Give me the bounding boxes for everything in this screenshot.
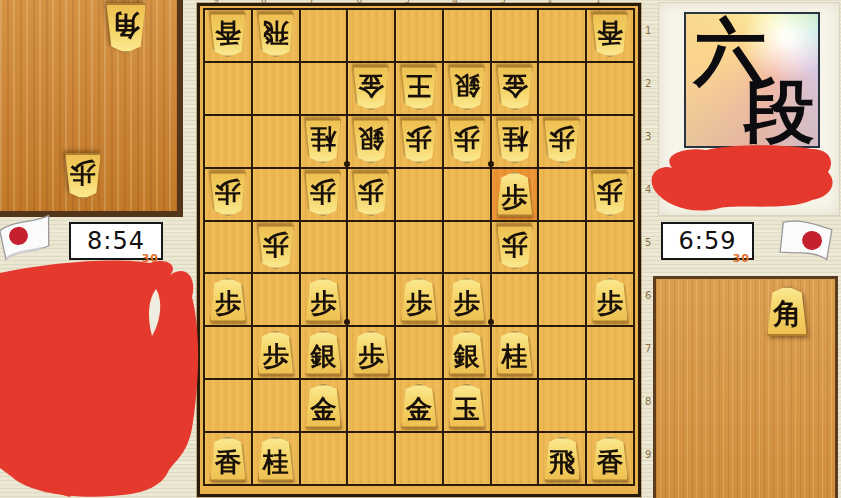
sente-byoyomi: 30 [733, 252, 750, 265]
square-6-8[interactable] [348, 380, 394, 431]
square-1-1[interactable]: 香 [587, 10, 633, 61]
square-1-6[interactable]: 歩 [587, 274, 633, 325]
square-8-9[interactable]: 桂 [253, 433, 299, 484]
square-4-1[interactable] [444, 10, 490, 61]
sente-captured-tray: 角 [653, 276, 838, 498]
square-8-5[interactable]: 歩 [253, 222, 299, 273]
square-2-7[interactable] [539, 327, 585, 378]
square-8-4[interactable] [253, 169, 299, 220]
square-1-7[interactable] [587, 327, 633, 378]
square-5-1[interactable] [396, 10, 442, 61]
file-label-6: 6 [349, 0, 369, 5]
square-7-3[interactable]: 桂 [301, 116, 347, 167]
piece-sente-歩-7-6[interactable]: 歩 [304, 277, 342, 322]
square-7-2[interactable] [301, 63, 347, 114]
japan-flag-icon [774, 214, 837, 268]
square-9-6[interactable]: 歩 [205, 274, 251, 325]
square-4-5[interactable] [444, 222, 490, 273]
star-point-icon [344, 319, 350, 325]
square-5-2[interactable]: 王 [396, 63, 442, 114]
rank-label-3: 3 [645, 131, 659, 142]
file-label-7: 7 [302, 0, 322, 5]
gote-clock: 8:54 30 [69, 222, 163, 260]
square-5-7[interactable] [396, 327, 442, 378]
square-5-8[interactable]: 金 [396, 380, 442, 431]
gote-captured-tray: 角歩 [0, 0, 183, 217]
square-4-9[interactable] [444, 433, 490, 484]
square-6-2[interactable]: 金 [348, 63, 394, 114]
piece-sente-金-7-8[interactable]: 金 [304, 383, 342, 428]
piece-sente-銀-7-7[interactable]: 銀 [304, 330, 342, 375]
piece-gote-歩-1-4[interactable]: 歩 [591, 172, 629, 217]
file-label-3: 3 [493, 0, 513, 5]
square-1-3[interactable] [587, 116, 633, 167]
square-6-3[interactable]: 銀 [348, 116, 394, 167]
square-3-8[interactable] [492, 380, 538, 431]
piece-gote-金-3-2[interactable]: 金 [496, 66, 534, 111]
piece-gote-歩-8-5[interactable]: 歩 [257, 224, 295, 269]
piece-sente-歩-1-6[interactable]: 歩 [591, 277, 629, 322]
square-8-2[interactable] [253, 63, 299, 114]
piece-gote-銀-4-2[interactable]: 銀 [448, 66, 486, 111]
file-label-9: 9 [206, 0, 226, 5]
gote-clock-time: 8:54 [87, 227, 145, 255]
left-redaction-gap [149, 289, 160, 336]
square-6-1[interactable] [348, 10, 394, 61]
file-label-8: 8 [254, 0, 274, 5]
square-9-9[interactable]: 香 [205, 433, 251, 484]
square-1-4[interactable]: 歩 [587, 169, 633, 220]
square-5-6[interactable]: 歩 [396, 274, 442, 325]
file-label-1: 1 [588, 0, 608, 5]
piece-gote-香-9-1[interactable]: 香 [209, 13, 247, 58]
hand-piece-gote-角[interactable]: 角 [105, 3, 147, 53]
japan-flag-icon [0, 212, 59, 268]
square-5-4[interactable] [396, 169, 442, 220]
square-4-8[interactable]: 玉 [444, 380, 490, 431]
square-9-7[interactable] [205, 327, 251, 378]
rank-label-7: 7 [645, 343, 659, 354]
square-2-1[interactable] [539, 10, 585, 61]
square-7-9[interactable] [301, 433, 347, 484]
piece-gote-金-6-2[interactable]: 金 [352, 66, 390, 111]
rank-label-9: 9 [645, 449, 659, 460]
square-6-6[interactable] [348, 274, 394, 325]
square-3-1[interactable] [492, 10, 538, 61]
square-1-2[interactable] [587, 63, 633, 114]
piece-gote-飛-8-1[interactable]: 飛 [257, 13, 295, 58]
square-9-5[interactable] [205, 222, 251, 273]
square-5-9[interactable] [396, 433, 442, 484]
square-1-9[interactable]: 香 [587, 433, 633, 484]
square-6-9[interactable] [348, 433, 394, 484]
rank-label-4: 4 [645, 184, 659, 195]
rank-label-8: 8 [645, 396, 659, 407]
piece-sente-歩-4-6[interactable]: 歩 [448, 277, 486, 322]
rank-badge-6dan: 六 段 [684, 12, 820, 148]
piece-sente-歩-9-6[interactable]: 歩 [209, 277, 247, 322]
piece-sente-歩-3-4[interactable]: 歩 [496, 172, 534, 217]
file-label-4: 4 [445, 0, 465, 5]
hand-piece-gote-歩[interactable]: 歩 [64, 153, 102, 199]
square-3-6[interactable] [492, 274, 538, 325]
square-8-6[interactable] [253, 274, 299, 325]
square-3-3[interactable]: 桂 [492, 116, 538, 167]
player-name-card: 六 段 [658, 2, 840, 216]
square-7-8[interactable]: 金 [301, 380, 347, 431]
rank-label-1: 1 [645, 25, 659, 36]
left-redaction-scribble [0, 260, 198, 496]
square-7-5[interactable] [301, 222, 347, 273]
piece-sente-香-9-9[interactable]: 香 [209, 436, 247, 481]
square-1-5[interactable] [587, 222, 633, 273]
file-label-2: 2 [541, 0, 561, 5]
square-8-8[interactable] [253, 380, 299, 431]
piece-gote-歩-4-3[interactable]: 歩 [448, 119, 486, 164]
shogi-board-grid: 香飛香金王銀金桂銀歩歩桂歩歩歩歩歩歩歩歩歩歩歩歩歩歩銀歩銀桂金金玉香桂飛香 [203, 8, 635, 486]
hand-piece-sente-角[interactable]: 角 [766, 286, 808, 336]
square-9-8[interactable] [205, 380, 251, 431]
square-3-9[interactable] [492, 433, 538, 484]
square-7-1[interactable] [301, 10, 347, 61]
square-2-9[interactable]: 飛 [539, 433, 585, 484]
star-point-icon [488, 319, 494, 325]
square-7-6[interactable]: 歩 [301, 274, 347, 325]
square-5-3[interactable]: 歩 [396, 116, 442, 167]
square-9-1[interactable]: 香 [205, 10, 251, 61]
piece-gote-銀-6-3[interactable]: 銀 [352, 119, 390, 164]
piece-sente-飛-2-9[interactable]: 飛 [543, 436, 581, 481]
rank-badge-char-2: 段 [744, 76, 814, 146]
piece-sente-香-1-9[interactable]: 香 [591, 436, 629, 481]
piece-gote-歩-5-3[interactable]: 歩 [400, 119, 438, 164]
piece-gote-歩-3-5[interactable]: 歩 [496, 224, 534, 269]
square-8-7[interactable]: 歩 [253, 327, 299, 378]
square-6-4[interactable]: 歩 [348, 169, 394, 220]
piece-gote-歩-9-4[interactable]: 歩 [209, 172, 247, 217]
rank-label-5: 5 [645, 237, 659, 248]
sente-clock-time: 6:59 [679, 227, 737, 255]
square-6-7[interactable]: 歩 [348, 327, 394, 378]
square-2-6[interactable] [539, 274, 585, 325]
square-7-4[interactable]: 歩 [301, 169, 347, 220]
shogi-app-screen: 角歩 角 香飛香金王銀金桂銀歩歩桂歩歩歩歩歩歩歩歩歩歩歩歩歩歩銀歩銀桂金金玉香桂… [0, 0, 841, 498]
piece-sente-玉-4-8[interactable]: 玉 [448, 383, 486, 428]
piece-sente-歩-8-7[interactable]: 歩 [257, 330, 295, 375]
piece-sente-歩-5-6[interactable]: 歩 [400, 277, 438, 322]
square-1-8[interactable] [587, 380, 633, 431]
star-point-icon [488, 161, 494, 167]
left-redaction-dash [52, 478, 78, 497]
square-4-2[interactable]: 銀 [444, 63, 490, 114]
square-6-5[interactable] [348, 222, 394, 273]
square-9-3[interactable] [205, 116, 251, 167]
square-4-4[interactable] [444, 169, 490, 220]
square-5-5[interactable] [396, 222, 442, 273]
shogi-board: 香飛香金王銀金桂銀歩歩桂歩歩歩歩歩歩歩歩歩歩歩歩歩歩銀歩銀桂金金玉香桂飛香 [197, 3, 641, 497]
square-9-4[interactable]: 歩 [205, 169, 251, 220]
square-2-3[interactable]: 歩 [539, 116, 585, 167]
square-2-4[interactable] [539, 169, 585, 220]
star-point-icon [344, 161, 350, 167]
piece-gote-歩-6-4[interactable]: 歩 [352, 172, 390, 217]
piece-gote-桂-7-3[interactable]: 桂 [304, 119, 342, 164]
piece-sente-桂-3-7[interactable]: 桂 [496, 330, 534, 375]
rank-label-6: 6 [645, 290, 659, 301]
square-3-2[interactable]: 金 [492, 63, 538, 114]
square-9-2[interactable] [205, 63, 251, 114]
piece-sente-銀-4-7[interactable]: 銀 [448, 330, 486, 375]
square-4-6[interactable]: 歩 [444, 274, 490, 325]
rank-label-2: 2 [645, 78, 659, 89]
square-7-7[interactable]: 銀 [301, 327, 347, 378]
square-4-7[interactable]: 銀 [444, 327, 490, 378]
square-2-5[interactable] [539, 222, 585, 273]
square-2-2[interactable] [539, 63, 585, 114]
piece-gote-王-5-2[interactable]: 王 [400, 66, 438, 111]
square-4-3[interactable]: 歩 [444, 116, 490, 167]
piece-gote-桂-3-3[interactable]: 桂 [496, 119, 534, 164]
piece-sente-桂-8-9[interactable]: 桂 [257, 436, 295, 481]
square-8-3[interactable] [253, 116, 299, 167]
square-8-1[interactable]: 飛 [253, 10, 299, 61]
piece-sente-歩-6-7[interactable]: 歩 [352, 330, 390, 375]
square-3-4[interactable]: 歩 [492, 169, 538, 220]
piece-gote-歩-2-3[interactable]: 歩 [543, 119, 581, 164]
piece-gote-香-1-1[interactable]: 香 [591, 13, 629, 58]
file-label-5: 5 [397, 0, 417, 5]
sente-clock: 6:59 30 [661, 222, 754, 260]
square-3-5[interactable]: 歩 [492, 222, 538, 273]
square-3-7[interactable]: 桂 [492, 327, 538, 378]
piece-gote-歩-7-4[interactable]: 歩 [304, 172, 342, 217]
piece-sente-金-5-8[interactable]: 金 [400, 383, 438, 428]
square-2-8[interactable] [539, 380, 585, 431]
gote-byoyomi: 30 [142, 252, 159, 265]
